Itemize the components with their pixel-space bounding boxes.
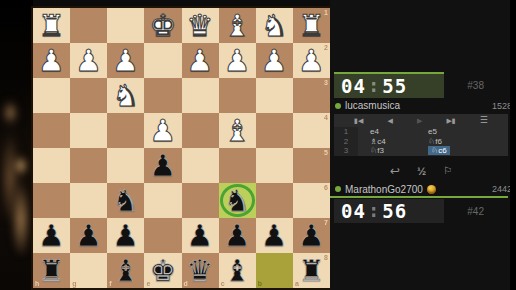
clock-colon: : xyxy=(368,199,380,221)
square-f3[interactable]: ♞ xyxy=(107,78,144,113)
square-d6[interactable] xyxy=(182,183,219,218)
square-c7[interactable]: ♟ xyxy=(219,218,256,253)
rank-label: 6 xyxy=(324,184,328,191)
smiley-face-emoji xyxy=(427,185,436,194)
square-e6[interactable] xyxy=(144,183,181,218)
square-c6[interactable]: ♞ xyxy=(219,183,256,218)
game-number-bottom: #42 xyxy=(467,206,484,217)
square-h5[interactable] xyxy=(33,148,70,183)
square-e7[interactable] xyxy=(144,218,181,253)
move-2-white[interactable]: ♗c4 xyxy=(358,137,420,147)
square-a5[interactable]: 5 xyxy=(293,148,330,183)
black-pawn-g7[interactable]: ♟ xyxy=(70,218,107,253)
black-player-name[interactable]: MarathonGo2700 xyxy=(345,184,423,195)
black-player-row[interactable]: MarathonGo2700 2442 xyxy=(335,183,512,195)
last-move-ring xyxy=(220,184,255,217)
move-nav-bar: ▮◀◀▶▶▮☰ xyxy=(334,114,508,127)
white-pawn-c2[interactable]: ♟ xyxy=(219,43,256,78)
square-a8[interactable]: ♜8a xyxy=(293,253,330,288)
white-pawn-h2[interactable]: ♟ xyxy=(33,43,70,78)
active-player-divider xyxy=(330,196,508,198)
square-h2[interactable]: ♟ xyxy=(33,43,70,78)
move-list: 1e4e52♗c4♘f63♘f3♘c6 xyxy=(334,127,508,156)
black-player-rating: 2442 xyxy=(492,184,512,194)
menu-icon[interactable]: ☰ xyxy=(480,116,488,125)
square-g4[interactable] xyxy=(70,113,107,148)
takeback-button[interactable]: ↩ xyxy=(390,165,400,177)
blurred-pawn-silhouette xyxy=(10,150,33,255)
square-h8[interactable]: ♜h xyxy=(33,253,70,288)
go-prev-icon[interactable]: ◀ xyxy=(387,117,392,124)
black-pawn-h7[interactable]: ♟ xyxy=(33,218,70,253)
square-f6[interactable]: ♞ xyxy=(107,183,144,218)
square-g7[interactable]: ♟ xyxy=(70,218,107,253)
square-e3[interactable] xyxy=(144,78,181,113)
square-a7[interactable]: ♟7 xyxy=(293,218,330,253)
action-buttons: ↩½⚐ xyxy=(334,162,508,180)
current-move[interactable]: ♘c6 xyxy=(428,146,450,155)
white-knight-b1[interactable]: ♞ xyxy=(256,8,293,43)
file-label: e xyxy=(146,280,150,287)
square-c1[interactable]: ♝ xyxy=(219,8,256,43)
square-b3[interactable] xyxy=(256,78,293,113)
square-e1[interactable]: ♚ xyxy=(144,8,181,43)
resign-flag-button[interactable]: ⚐ xyxy=(443,166,452,176)
square-h3[interactable] xyxy=(33,78,70,113)
move-3-white[interactable]: ♘f3 xyxy=(358,146,420,156)
move-1-white[interactable]: e4 xyxy=(358,127,420,137)
online-dot xyxy=(335,103,341,109)
rank-label: 4 xyxy=(324,114,328,121)
square-f2[interactable]: ♟ xyxy=(107,43,144,78)
rank-label: 8 xyxy=(324,254,328,261)
white-player-name[interactable]: lucasmusica xyxy=(345,100,400,111)
square-e4[interactable]: ♟ xyxy=(144,113,181,148)
square-c4[interactable]: ♝ xyxy=(219,113,256,148)
square-c8[interactable]: ♝c xyxy=(219,253,256,288)
game-panel: 04:55 #38 lucasmusica 1528 ▮◀◀▶▶▮☰ 1e4e5… xyxy=(330,0,516,290)
white-player-row[interactable]: lucasmusica 1528 xyxy=(335,99,512,112)
white-pawn-d2[interactable]: ♟ xyxy=(182,43,219,78)
square-b5[interactable] xyxy=(256,148,293,183)
square-g6[interactable] xyxy=(70,183,107,218)
square-h1[interactable]: ♜ xyxy=(33,8,70,43)
white-pawn-g2[interactable]: ♟ xyxy=(70,43,107,78)
go-first-icon[interactable]: ▮◀ xyxy=(354,117,363,124)
square-g3[interactable] xyxy=(70,78,107,113)
square-e8[interactable]: ♚e xyxy=(144,253,181,288)
clock-colon: : xyxy=(368,74,380,96)
move-number: 3 xyxy=(334,146,358,156)
draw-offer-button[interactable]: ½ xyxy=(417,166,426,177)
square-a4[interactable]: 4 xyxy=(293,113,330,148)
square-f8[interactable]: ♝f xyxy=(107,253,144,288)
file-label: g xyxy=(72,280,76,287)
square-b8[interactable]: b xyxy=(256,253,293,288)
white-knight-f3[interactable]: ♞ xyxy=(107,78,144,113)
black-bishop-f8[interactable]: ♝ xyxy=(107,253,144,288)
black-pawn-e5[interactable]: ♟ xyxy=(144,148,181,183)
file-label: b xyxy=(258,280,262,287)
move-number: 2 xyxy=(334,137,358,147)
square-d3[interactable] xyxy=(182,78,219,113)
white-pawn-f2[interactable]: ♟ xyxy=(107,43,144,78)
white-clock-row: 04:55 #38 xyxy=(334,72,508,98)
move-2-black[interactable]: ♘f6 xyxy=(420,137,508,147)
rank-label: 3 xyxy=(324,79,328,86)
white-pawn-e4[interactable]: ♟ xyxy=(144,113,181,148)
file-label: f xyxy=(109,280,111,287)
square-a1[interactable]: ♜1 xyxy=(293,8,330,43)
square-e2[interactable] xyxy=(144,43,181,78)
square-c5[interactable] xyxy=(219,148,256,183)
square-c3[interactable] xyxy=(219,78,256,113)
white-rook-h1[interactable]: ♜ xyxy=(33,8,70,43)
black-pawn-b7[interactable]: ♟ xyxy=(256,218,293,253)
square-d7[interactable]: ♟ xyxy=(182,218,219,253)
square-e5[interactable]: ♟ xyxy=(144,148,181,183)
white-clock-minutes: 04 xyxy=(341,75,366,97)
square-h7[interactable]: ♟ xyxy=(33,218,70,253)
game-number-top: #38 xyxy=(467,80,484,91)
black-clock-row: 04:56 #42 xyxy=(334,199,508,223)
square-b1[interactable]: ♞ xyxy=(256,8,293,43)
white-pawn-b2[interactable]: ♟ xyxy=(256,43,293,78)
square-b6[interactable] xyxy=(256,183,293,218)
square-d8[interactable]: ♛d xyxy=(182,253,219,288)
white-clock-seconds: 55 xyxy=(382,75,407,97)
go-last-icon[interactable]: ▶▮ xyxy=(446,117,455,124)
square-d5[interactable] xyxy=(182,148,219,183)
file-label: h xyxy=(35,280,39,287)
background-chess-photo xyxy=(0,0,33,290)
white-queen-d1[interactable]: ♛ xyxy=(182,8,219,43)
file-label: c xyxy=(221,280,225,287)
square-g1[interactable] xyxy=(70,8,107,43)
square-h4[interactable] xyxy=(33,113,70,148)
square-h6[interactable] xyxy=(33,183,70,218)
square-g5[interactable] xyxy=(70,148,107,183)
square-f1[interactable] xyxy=(107,8,144,43)
square-f5[interactable] xyxy=(107,148,144,183)
rank-label: 7 xyxy=(324,219,328,226)
white-king-e1[interactable]: ♚ xyxy=(144,8,181,43)
white-bishop-c1[interactable]: ♝ xyxy=(219,8,256,43)
square-a6[interactable]: 6 xyxy=(293,183,330,218)
file-label: d xyxy=(184,280,188,287)
black-clock: 04:56 xyxy=(334,199,444,223)
square-a2[interactable]: ♟2 xyxy=(293,43,330,78)
square-c2[interactable]: ♟ xyxy=(219,43,256,78)
rank-label: 1 xyxy=(324,9,328,16)
rank-label: 2 xyxy=(324,44,328,51)
black-pawn-c7[interactable]: ♟ xyxy=(219,218,256,253)
square-d2[interactable]: ♟ xyxy=(182,43,219,78)
file-label: a xyxy=(295,280,299,287)
move-1-black[interactable]: e5 xyxy=(420,127,508,137)
white-player-rating: 1528 xyxy=(492,101,512,111)
black-knight-f6[interactable]: ♞ xyxy=(107,183,144,218)
white-clock: 04:55 xyxy=(334,72,444,98)
chess-board: ♜♚♛♝♞♜1♟♟♟♟♟♟♟2♞3♟♝4♟5♞♞6♟♟♟♟♟♟♟7♜hg♝f♚e… xyxy=(33,8,330,288)
square-g2[interactable]: ♟ xyxy=(70,43,107,78)
white-bishop-c4[interactable]: ♝ xyxy=(219,113,256,148)
square-g8[interactable]: g xyxy=(70,253,107,288)
go-next-icon[interactable]: ▶ xyxy=(417,117,422,124)
black-clock-minutes: 04 xyxy=(341,200,366,222)
square-a3[interactable]: 3 xyxy=(293,78,330,113)
square-b2[interactable]: ♟ xyxy=(256,43,293,78)
online-dot xyxy=(335,186,341,192)
square-d4[interactable] xyxy=(182,113,219,148)
square-f4[interactable] xyxy=(107,113,144,148)
square-b4[interactable] xyxy=(256,113,293,148)
rank-label: 5 xyxy=(324,149,328,156)
black-pawn-f7[interactable]: ♟ xyxy=(107,218,144,253)
move-number: 1 xyxy=(334,127,358,137)
move-3-black[interactable]: ♘c6 xyxy=(420,146,508,156)
square-d1[interactable]: ♛ xyxy=(182,8,219,43)
black-clock-seconds: 56 xyxy=(382,200,407,222)
stream-frame: ♜♚♛♝♞♜1♟♟♟♟♟♟♟2♞3♟♝4♟5♞♞6♟♟♟♟♟♟♟7♜hg♝f♚e… xyxy=(0,0,516,290)
square-b7[interactable]: ♟ xyxy=(256,218,293,253)
square-f7[interactable]: ♟ xyxy=(107,218,144,253)
black-pawn-d7[interactable]: ♟ xyxy=(182,218,219,253)
